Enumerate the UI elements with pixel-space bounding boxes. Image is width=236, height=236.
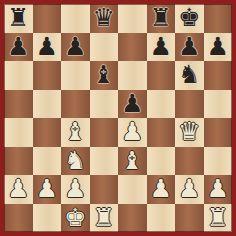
square-f7[interactable]: ♟ — [147, 33, 176, 62]
square-d7[interactable] — [90, 33, 119, 62]
square-e2[interactable] — [118, 175, 147, 204]
white-king-piece[interactable]: ♚ — [64, 204, 86, 233]
square-a3[interactable] — [4, 147, 33, 176]
square-c8[interactable] — [61, 4, 90, 33]
white-pawn-piece[interactable]: ♟ — [7, 175, 29, 204]
square-b8[interactable] — [33, 4, 62, 33]
square-a6[interactable] — [4, 61, 33, 90]
square-b7[interactable]: ♟ — [33, 33, 62, 62]
square-c5[interactable] — [61, 90, 90, 119]
square-c2[interactable]: ♟ — [61, 175, 90, 204]
square-f8[interactable]: ♜ — [147, 4, 176, 33]
white-knight-piece[interactable]: ♞ — [64, 147, 86, 176]
square-c6[interactable] — [61, 61, 90, 90]
square-f3[interactable] — [147, 147, 176, 176]
white-pawn-piece[interactable]: ♟ — [207, 175, 229, 204]
square-b6[interactable] — [33, 61, 62, 90]
square-a4[interactable] — [4, 118, 33, 147]
square-h1[interactable]: ♜ — [204, 204, 233, 233]
square-b2[interactable]: ♟ — [33, 175, 62, 204]
square-e7[interactable] — [118, 33, 147, 62]
square-h6[interactable] — [204, 61, 233, 90]
black-pawn-piece[interactable]: ♟ — [150, 33, 172, 62]
square-h8[interactable] — [204, 4, 233, 33]
white-pawn-piece[interactable]: ♟ — [121, 118, 143, 147]
black-pawn-piece[interactable]: ♟ — [64, 33, 86, 62]
square-f4[interactable] — [147, 118, 176, 147]
square-e6[interactable] — [118, 61, 147, 90]
square-h5[interactable] — [204, 90, 233, 119]
square-d3[interactable] — [90, 147, 119, 176]
square-f5[interactable] — [147, 90, 176, 119]
white-rook-piece[interactable]: ♜ — [93, 204, 115, 233]
black-rook-piece[interactable]: ♜ — [150, 4, 172, 33]
square-e8[interactable] — [118, 4, 147, 33]
black-pawn-piece[interactable]: ♟ — [36, 33, 58, 62]
square-c4[interactable]: ♝ — [61, 118, 90, 147]
square-h2[interactable]: ♟ — [204, 175, 233, 204]
white-pawn-piece[interactable]: ♟ — [64, 175, 86, 204]
white-pawn-piece[interactable]: ♟ — [36, 175, 58, 204]
square-g6[interactable]: ♞ — [175, 61, 204, 90]
white-pawn-piece[interactable]: ♟ — [150, 175, 172, 204]
square-a5[interactable] — [4, 90, 33, 119]
square-d1[interactable]: ♜ — [90, 204, 119, 233]
square-c3[interactable]: ♞ — [61, 147, 90, 176]
white-rook-piece[interactable]: ♜ — [207, 204, 229, 233]
black-bishop-piece[interactable]: ♝ — [93, 61, 115, 90]
chess-board-frame: ♜♛♜♚♟♟♟♟♟♟♝♞♟♝♟♛♞♝♟♟♟♟♟♟♚♜♜ — [0, 0, 236, 236]
square-e3[interactable]: ♝ — [118, 147, 147, 176]
square-a7[interactable]: ♟ — [4, 33, 33, 62]
square-d4[interactable] — [90, 118, 119, 147]
white-pawn-piece[interactable]: ♟ — [178, 175, 200, 204]
square-f2[interactable]: ♟ — [147, 175, 176, 204]
square-f1[interactable] — [147, 204, 176, 233]
black-knight-piece[interactable]: ♞ — [178, 61, 200, 90]
black-pawn-piece[interactable]: ♟ — [178, 33, 200, 62]
square-g3[interactable] — [175, 147, 204, 176]
square-d2[interactable] — [90, 175, 119, 204]
square-d8[interactable]: ♛ — [90, 4, 119, 33]
white-bishop-piece[interactable]: ♝ — [121, 147, 143, 176]
square-h7[interactable]: ♟ — [204, 33, 233, 62]
black-pawn-piece[interactable]: ♟ — [207, 33, 229, 62]
black-rook-piece[interactable]: ♜ — [7, 4, 29, 33]
square-c1[interactable]: ♚ — [61, 204, 90, 233]
black-queen-piece[interactable]: ♛ — [93, 4, 115, 33]
square-e1[interactable] — [118, 204, 147, 233]
black-king-piece[interactable]: ♚ — [178, 4, 200, 33]
square-g1[interactable] — [175, 204, 204, 233]
square-a8[interactable]: ♜ — [4, 4, 33, 33]
black-pawn-piece[interactable]: ♟ — [7, 33, 29, 62]
square-b5[interactable] — [33, 90, 62, 119]
square-e5[interactable]: ♟ — [118, 90, 147, 119]
square-g8[interactable]: ♚ — [175, 4, 204, 33]
square-h3[interactable] — [204, 147, 233, 176]
square-g7[interactable]: ♟ — [175, 33, 204, 62]
square-a2[interactable]: ♟ — [4, 175, 33, 204]
square-d6[interactable]: ♝ — [90, 61, 119, 90]
square-f6[interactable] — [147, 61, 176, 90]
black-pawn-piece[interactable]: ♟ — [121, 90, 143, 119]
white-queen-piece[interactable]: ♛ — [178, 118, 200, 147]
white-bishop-piece[interactable]: ♝ — [64, 118, 86, 147]
square-g5[interactable] — [175, 90, 204, 119]
square-c7[interactable]: ♟ — [61, 33, 90, 62]
square-e4[interactable]: ♟ — [118, 118, 147, 147]
square-b3[interactable] — [33, 147, 62, 176]
chess-board: ♜♛♜♚♟♟♟♟♟♟♝♞♟♝♟♛♞♝♟♟♟♟♟♟♚♜♜ — [4, 4, 232, 232]
square-b1[interactable] — [33, 204, 62, 233]
square-g2[interactable]: ♟ — [175, 175, 204, 204]
square-d5[interactable] — [90, 90, 119, 119]
square-b4[interactable] — [33, 118, 62, 147]
square-h4[interactable] — [204, 118, 233, 147]
square-a1[interactable] — [4, 204, 33, 233]
square-g4[interactable]: ♛ — [175, 118, 204, 147]
